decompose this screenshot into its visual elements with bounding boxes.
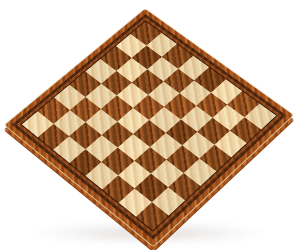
frame-mid-band	[16, 17, 282, 235]
frame-dark-band	[12, 14, 286, 239]
board-field	[20, 20, 277, 231]
chess-board	[5, 9, 293, 246]
product-photo-background	[0, 0, 300, 250]
